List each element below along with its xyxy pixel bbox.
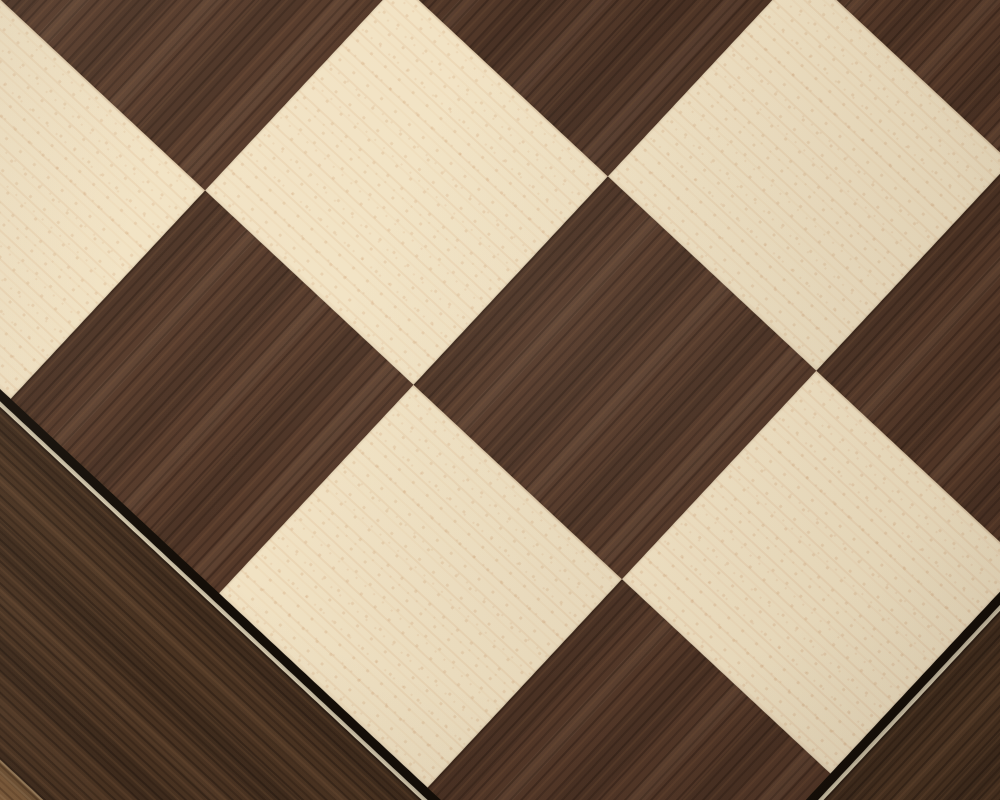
chessboard-photo: [0, 0, 1000, 800]
board-frame: [0, 0, 1000, 800]
chess-board: [0, 0, 1000, 800]
